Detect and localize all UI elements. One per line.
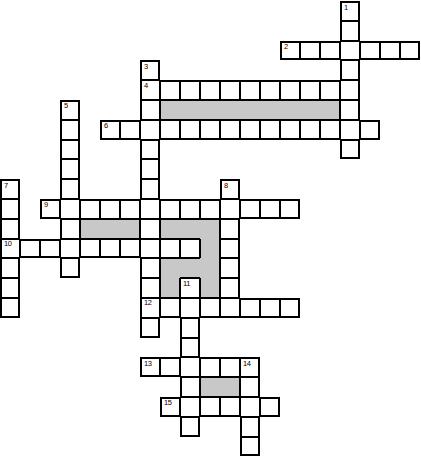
grid-cell[interactable] — [180, 199, 200, 219]
grid-cell[interactable] — [180, 80, 200, 100]
grid-cell[interactable] — [240, 417, 260, 437]
grid-cell[interactable] — [80, 199, 100, 219]
grid-cell[interactable] — [100, 239, 120, 259]
shaded-cell — [180, 219, 200, 239]
clue-number: 9 — [44, 201, 48, 209]
grid-cell[interactable] — [140, 159, 160, 179]
shaded-cell — [200, 278, 220, 298]
clue-number: 8 — [224, 182, 228, 190]
grid-cell[interactable] — [260, 120, 280, 140]
grid-cell[interactable] — [220, 357, 240, 377]
grid-cell[interactable] — [180, 417, 200, 437]
clue-number: 5 — [64, 102, 68, 110]
grid-cell[interactable]: 7 — [0, 179, 20, 199]
grid-cell[interactable] — [340, 140, 360, 160]
grid-cell[interactable] — [220, 258, 240, 278]
clue-number: 4 — [144, 82, 148, 90]
shaded-cell — [160, 258, 180, 278]
shaded-cell — [200, 239, 220, 259]
shaded-cell — [180, 100, 200, 120]
clue-number: 1 — [344, 4, 348, 12]
grid-cell[interactable] — [140, 318, 160, 338]
grid-cell[interactable] — [240, 397, 260, 417]
clue-number: 11 — [183, 280, 190, 288]
grid-cell[interactable] — [200, 397, 220, 417]
grid-cell[interactable] — [340, 60, 360, 80]
shaded-cell — [300, 100, 320, 120]
grid-cell[interactable] — [220, 199, 240, 219]
grid-cell[interactable] — [60, 140, 80, 160]
grid-cell[interactable] — [0, 278, 20, 298]
grid-cell[interactable] — [180, 239, 200, 259]
grid-cell[interactable] — [220, 397, 240, 417]
grid-cell[interactable] — [0, 298, 20, 318]
clue-number: 15 — [164, 399, 172, 407]
grid-cell[interactable] — [0, 199, 20, 219]
grid-cell[interactable] — [280, 199, 300, 219]
grid-cell[interactable] — [100, 199, 120, 219]
grid-cell[interactable] — [40, 239, 60, 259]
crossword-board: 123456789101112131415 — [0, 1, 420, 456]
grid-cell[interactable] — [200, 199, 220, 219]
grid-cell[interactable] — [260, 80, 280, 100]
grid-cell[interactable] — [180, 318, 200, 338]
crossword-page: 123456789101112131415 — [0, 0, 421, 461]
grid-cell[interactable] — [320, 41, 340, 61]
grid-cell[interactable] — [60, 219, 80, 239]
grid-cell[interactable] — [60, 120, 80, 140]
grid-cell[interactable] — [160, 239, 180, 259]
grid-cell[interactable]: 3 — [140, 60, 160, 80]
grid-cell[interactable] — [140, 219, 160, 239]
grid-cell[interactable] — [300, 80, 320, 100]
grid-cell[interactable] — [300, 41, 320, 61]
grid-cell[interactable]: 2 — [280, 41, 300, 61]
grid-cell[interactable] — [200, 298, 220, 318]
grid-cell[interactable]: 6 — [100, 120, 120, 140]
grid-cell[interactable] — [60, 159, 80, 179]
grid-cell[interactable] — [20, 239, 40, 259]
grid-cell[interactable] — [80, 239, 100, 259]
shaded-cell — [80, 219, 100, 239]
grid-cell[interactable]: 10 — [0, 239, 20, 259]
shaded-cell — [120, 219, 140, 239]
grid-cell[interactable] — [160, 80, 180, 100]
grid-cell[interactable] — [180, 120, 200, 140]
grid-cell[interactable] — [140, 278, 160, 298]
shaded-cell — [160, 100, 180, 120]
grid-cell[interactable]: 8 — [220, 179, 240, 199]
grid-cell[interactable] — [60, 179, 80, 199]
grid-cell[interactable] — [160, 120, 180, 140]
grid-cell[interactable] — [0, 258, 20, 278]
grid-cell[interactable]: 5 — [60, 100, 80, 120]
shaded-cell — [160, 278, 180, 298]
grid-cell[interactable]: 12 — [140, 298, 160, 318]
grid-cell[interactable] — [60, 239, 80, 259]
shaded-cell — [160, 219, 180, 239]
grid-cell[interactable] — [0, 219, 20, 239]
grid-cell[interactable] — [220, 219, 240, 239]
grid-cell[interactable] — [280, 80, 300, 100]
grid-cell[interactable] — [120, 239, 140, 259]
shaded-cell — [200, 377, 220, 397]
grid-cell[interactable] — [140, 140, 160, 160]
shaded-cell — [280, 100, 300, 120]
shaded-cell — [220, 100, 240, 120]
grid-cell[interactable] — [140, 120, 160, 140]
grid-cell[interactable] — [200, 80, 220, 100]
grid-cell[interactable] — [220, 120, 240, 140]
clue-number: 2 — [284, 43, 288, 51]
grid-cell[interactable]: 11 — [180, 278, 200, 298]
grid-cell[interactable]: 9 — [40, 199, 60, 219]
grid-cell[interactable] — [280, 120, 300, 140]
grid-cell[interactable] — [340, 80, 360, 100]
grid-cell[interactable] — [220, 278, 240, 298]
grid-cell[interactable] — [340, 21, 360, 41]
grid-cell[interactable] — [180, 298, 200, 318]
shaded-cell — [320, 100, 340, 120]
grid-cell[interactable] — [140, 199, 160, 219]
grid-cell[interactable] — [220, 80, 240, 100]
shaded-cell — [200, 258, 220, 278]
shaded-cell — [200, 219, 220, 239]
clue-number: 13 — [144, 360, 152, 368]
grid-cell[interactable] — [380, 41, 400, 61]
grid-cell[interactable] — [140, 239, 160, 259]
grid-cell[interactable] — [60, 258, 80, 278]
clue-number: 10 — [4, 240, 12, 248]
clue-number: 3 — [144, 63, 148, 71]
grid-cell[interactable] — [140, 258, 160, 278]
grid-cell[interactable] — [220, 298, 240, 318]
grid-cell[interactable] — [160, 199, 180, 219]
shaded-cell — [200, 100, 220, 120]
shaded-cell — [260, 100, 280, 120]
clue-number: 12 — [144, 299, 152, 307]
grid-cell[interactable] — [340, 100, 360, 120]
grid-cell[interactable] — [360, 120, 380, 140]
grid-cell[interactable]: 13 — [140, 357, 160, 377]
grid-cell[interactable] — [240, 120, 260, 140]
grid-cell[interactable] — [260, 397, 280, 417]
clue-number: 6 — [104, 122, 108, 130]
grid-cell[interactable] — [200, 120, 220, 140]
grid-cell[interactable] — [240, 437, 260, 457]
grid-cell[interactable] — [240, 298, 260, 318]
grid-cell[interactable] — [180, 377, 200, 397]
grid-cell[interactable] — [260, 199, 280, 219]
grid-cell[interactable] — [340, 41, 360, 61]
shaded-cell — [100, 219, 120, 239]
grid-cell[interactable] — [400, 41, 420, 61]
grid-cell[interactable] — [60, 199, 80, 219]
grid-cell[interactable] — [180, 397, 200, 417]
grid-cell[interactable] — [140, 179, 160, 199]
grid-cell[interactable] — [140, 100, 160, 120]
shaded-cell — [220, 377, 240, 397]
grid-cell[interactable]: 4 — [140, 80, 160, 100]
grid-cell[interactable] — [120, 120, 140, 140]
grid-cell[interactable] — [240, 377, 260, 397]
grid-cell[interactable]: 1 — [340, 1, 360, 21]
grid-cell[interactable] — [280, 298, 300, 318]
clue-number: 7 — [4, 182, 8, 190]
grid-cell[interactable] — [160, 357, 180, 377]
grid-cell[interactable] — [180, 357, 200, 377]
grid-cell[interactable] — [220, 239, 240, 259]
grid-cell[interactable] — [320, 80, 340, 100]
grid-cell[interactable]: 15 — [160, 397, 180, 417]
grid-cell[interactable] — [120, 199, 140, 219]
clue-number: 14 — [243, 360, 251, 368]
shaded-cell — [180, 258, 200, 278]
grid-cell[interactable]: 14 — [240, 357, 260, 377]
grid-cell[interactable] — [320, 120, 340, 140]
grid-cell[interactable] — [260, 298, 280, 318]
grid-cell[interactable] — [240, 80, 260, 100]
shaded-cell — [240, 100, 260, 120]
grid-cell[interactable] — [360, 41, 380, 61]
grid-cell[interactable] — [180, 338, 200, 358]
grid-cell[interactable] — [340, 120, 360, 140]
grid-cell[interactable] — [240, 199, 260, 219]
grid-cell[interactable] — [300, 120, 320, 140]
grid-cell[interactable] — [160, 298, 180, 318]
grid-cell[interactable] — [200, 357, 220, 377]
